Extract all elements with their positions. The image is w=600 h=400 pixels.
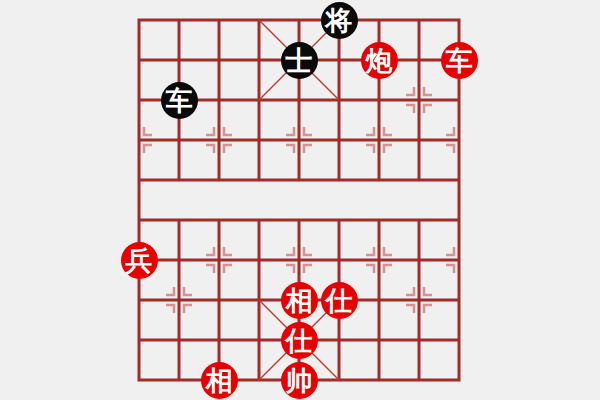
intersection-1-2: 车 [159, 80, 199, 120]
piece-black-chariot[interactable]: 车 [161, 82, 198, 119]
piece-red-elephant[interactable]: 相 [281, 282, 318, 319]
intersection-5-0: 将 [319, 0, 359, 40]
intersection-8-1: 车 [439, 40, 479, 80]
intersection-0-6: 兵 [119, 240, 159, 280]
piece-red-general[interactable]: 帅 [281, 362, 318, 399]
piece-red-advisor[interactable]: 仕 [321, 282, 358, 319]
piece-red-cannon[interactable]: 炮 [361, 42, 398, 79]
piece-red-chariot[interactable]: 车 [441, 42, 478, 79]
piece-red-elephant-2[interactable]: 相 [201, 362, 238, 399]
piece-red-advisor-2[interactable]: 仕 [281, 322, 318, 359]
intersection-6-1: 炮 [359, 40, 399, 80]
piece-black-advisor[interactable]: 士 [281, 42, 318, 79]
piece-black-general[interactable]: 将 [321, 2, 358, 39]
xiangqi-diagram: 将士车炮车兵相仕仕相帅 [0, 0, 600, 400]
piece-red-soldier[interactable]: 兵 [121, 242, 158, 279]
intersection-4-7: 相 [279, 280, 319, 320]
intersection-4-1: 士 [279, 40, 319, 80]
intersection-2-9: 相 [199, 360, 239, 400]
intersection-4-8: 仕 [279, 320, 319, 360]
intersection-5-7: 仕 [319, 280, 359, 320]
xiangqi-board-grid: 将士车炮车兵相仕仕相帅 [119, 0, 479, 400]
intersection-4-9: 帅 [279, 360, 319, 400]
